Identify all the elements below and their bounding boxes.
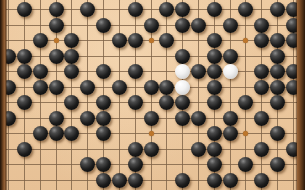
black-stone [207,142,222,157]
black-stone [128,95,143,110]
black-stone [223,49,238,64]
star-point [54,38,59,43]
grid-line-horizontal [6,164,297,165]
black-stone [33,64,48,79]
black-stone [175,173,190,188]
black-stone [128,33,143,48]
black-stone [96,157,111,172]
star-point [243,131,248,136]
go-game-screenshot [0,0,305,190]
black-stone [96,18,111,33]
black-stone [144,18,159,33]
black-stone [270,95,285,110]
black-stone [49,49,64,64]
black-stone [80,80,95,95]
black-stone [17,142,32,157]
black-stone [254,111,269,126]
black-stone [96,173,111,188]
black-stone [33,80,48,95]
black-stone [238,2,253,17]
black-stone [270,33,285,48]
black-stone [254,64,269,79]
black-stone [64,64,79,79]
black-stone [207,157,222,172]
board-right-wood-edge [297,0,305,190]
star-point [149,38,154,43]
star-point [243,38,248,43]
black-stone [96,64,111,79]
black-stone [64,33,79,48]
white-stone [223,64,238,79]
black-stone [159,2,174,17]
black-stone [207,64,222,79]
black-stone [223,126,238,141]
white-stone [175,64,190,79]
black-stone [159,33,174,48]
star-point [149,131,154,136]
black-stone [49,80,64,95]
black-stone [207,49,222,64]
black-stone [207,2,222,17]
black-stone [96,111,111,126]
black-stone [112,80,127,95]
black-stone [207,33,222,48]
black-stone [175,111,190,126]
grid-line-vertical [8,0,9,190]
black-stone [80,2,95,17]
black-stone [128,173,143,188]
black-stone [144,80,159,95]
black-stone [270,126,285,141]
black-stone [175,49,190,64]
black-stone [270,2,285,17]
black-stone [159,80,174,95]
black-stone [49,111,64,126]
black-stone [238,157,253,172]
black-stone [128,142,143,157]
black-stone [49,2,64,17]
black-stone [223,111,238,126]
white-stone [175,80,190,95]
black-stone [128,157,143,172]
black-stone [191,18,206,33]
black-stone [17,95,32,110]
go-board[interactable] [0,0,305,190]
black-stone [270,49,285,64]
black-stone [64,49,79,64]
black-stone [112,173,127,188]
black-stone [270,64,285,79]
black-stone [80,111,95,126]
black-stone [175,18,190,33]
black-stone [96,95,111,110]
black-stone [223,173,238,188]
grid-line-vertical [119,0,120,190]
black-stone [33,33,48,48]
board-left-wood-edge [0,0,6,190]
black-stone [159,95,174,110]
black-stone [254,33,269,48]
black-stone [17,2,32,17]
grid-line-vertical [40,0,41,190]
black-stone [207,126,222,141]
black-stone [191,111,206,126]
black-stone [270,157,285,172]
black-stone [80,157,95,172]
black-stone [175,2,190,17]
black-stone [64,126,79,141]
black-stone [144,142,159,157]
black-stone [128,64,143,79]
black-stone [207,95,222,110]
black-stone [49,18,64,33]
black-stone [207,80,222,95]
grid-line-horizontal [6,102,297,103]
black-stone [191,64,206,79]
black-stone [96,126,111,141]
black-stone [17,49,32,64]
black-stone [270,80,285,95]
black-stone [191,142,206,157]
black-stone [112,33,127,48]
black-stone [254,142,269,157]
black-stone [49,126,64,141]
black-stone [254,173,269,188]
black-stone [207,173,222,188]
black-stone [144,111,159,126]
black-stone [64,95,79,110]
black-stone [33,126,48,141]
black-stone [238,95,253,110]
black-stone [17,64,32,79]
black-stone [175,95,190,110]
black-stone [128,2,143,17]
black-stone [254,18,269,33]
black-stone [223,18,238,33]
black-stone [254,80,269,95]
